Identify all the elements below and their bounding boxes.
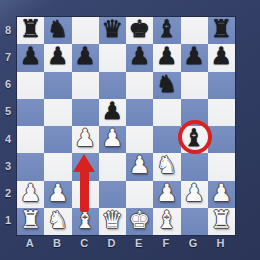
square-c5[interactable]: [72, 99, 99, 126]
file-label-C: C: [71, 236, 98, 250]
square-d1[interactable]: ♛: [99, 208, 126, 235]
rank-label-8: 8: [0, 16, 16, 43]
square-d7[interactable]: [99, 44, 126, 71]
square-a1[interactable]: ♜: [17, 208, 44, 235]
white-pawn-piece[interactable]: ♟: [102, 125, 124, 152]
black-pawn-piece[interactable]: ♟: [211, 43, 233, 70]
white-rook-piece[interactable]: ♜: [20, 207, 42, 234]
file-label-F: F: [152, 236, 179, 250]
rank-label-4: 4: [0, 125, 16, 152]
square-c4[interactable]: ♟: [72, 126, 99, 153]
black-pawn-piece[interactable]: ♟: [183, 43, 205, 70]
square-a8[interactable]: ♜: [17, 17, 44, 44]
square-f1[interactable]: ♝: [153, 208, 180, 235]
square-h5[interactable]: [208, 99, 235, 126]
file-labels: ABCDEFGH: [16, 236, 234, 250]
rank-label-1: 1: [0, 207, 16, 234]
square-h2[interactable]: ♟: [208, 181, 235, 208]
square-f2[interactable]: ♟: [153, 181, 180, 208]
square-e2[interactable]: [126, 181, 153, 208]
square-g6[interactable]: [181, 72, 208, 99]
white-knight-piece[interactable]: ♞: [156, 152, 178, 179]
square-h4[interactable]: [208, 126, 235, 153]
white-pawn-piece[interactable]: ♟: [47, 180, 69, 207]
square-g7[interactable]: ♟: [181, 44, 208, 71]
black-queen-piece[interactable]: ♛: [102, 16, 124, 43]
file-label-A: A: [16, 236, 43, 250]
square-a3[interactable]: [17, 153, 44, 180]
white-pawn-piece[interactable]: ♟: [156, 180, 178, 207]
white-bishop-piece[interactable]: ♝: [156, 207, 178, 234]
square-e4[interactable]: [126, 126, 153, 153]
square-e7[interactable]: ♟: [126, 44, 153, 71]
white-queen-piece[interactable]: ♛: [102, 207, 124, 234]
square-a7[interactable]: ♟: [17, 44, 44, 71]
square-h7[interactable]: ♟: [208, 44, 235, 71]
square-b5[interactable]: [44, 99, 71, 126]
black-pawn-piece[interactable]: ♟: [129, 43, 151, 70]
square-e6[interactable]: [126, 72, 153, 99]
black-bishop-piece[interactable]: ♝: [156, 16, 178, 43]
square-h8[interactable]: ♜: [208, 17, 235, 44]
square-a4[interactable]: [17, 126, 44, 153]
file-label-G: G: [180, 236, 207, 250]
white-pawn-piece[interactable]: ♟: [211, 180, 233, 207]
square-e3[interactable]: ♟: [126, 153, 153, 180]
rank-label-5: 5: [0, 98, 16, 125]
square-g1[interactable]: [181, 208, 208, 235]
square-e8[interactable]: ♚: [126, 17, 153, 44]
square-b8[interactable]: ♞: [44, 17, 71, 44]
black-knight-piece[interactable]: ♞: [47, 16, 69, 43]
square-f6[interactable]: ♞: [153, 72, 180, 99]
square-d8[interactable]: ♛: [99, 17, 126, 44]
rank-label-2: 2: [0, 180, 16, 207]
rank-label-6: 6: [0, 71, 16, 98]
square-h6[interactable]: [208, 72, 235, 99]
square-g3[interactable]: [181, 153, 208, 180]
black-pawn-piece[interactable]: ♟: [20, 43, 42, 70]
rank-labels: 87654321: [0, 16, 16, 234]
square-b6[interactable]: [44, 72, 71, 99]
highlight-circle: [178, 120, 212, 154]
move-arrow-head: [73, 154, 95, 172]
square-f7[interactable]: ♟: [153, 44, 180, 71]
square-e5[interactable]: [126, 99, 153, 126]
square-b1[interactable]: ♞: [44, 208, 71, 235]
file-label-D: D: [98, 236, 125, 250]
file-label-E: E: [125, 236, 152, 250]
white-knight-piece[interactable]: ♞: [47, 207, 69, 234]
square-f4[interactable]: [153, 126, 180, 153]
file-label-B: B: [43, 236, 70, 250]
square-f3[interactable]: ♞: [153, 153, 180, 180]
square-e1[interactable]: ♚: [126, 208, 153, 235]
square-a2[interactable]: ♟: [17, 181, 44, 208]
square-d3[interactable]: [99, 153, 126, 180]
square-d2[interactable]: [99, 181, 126, 208]
square-d4[interactable]: ♟: [99, 126, 126, 153]
square-d5[interactable]: ♟: [99, 99, 126, 126]
black-pawn-piece[interactable]: ♟: [102, 98, 124, 125]
rank-label-3: 3: [0, 152, 16, 179]
white-pawn-piece[interactable]: ♟: [20, 180, 42, 207]
square-c6[interactable]: [72, 72, 99, 99]
black-pawn-piece[interactable]: ♟: [156, 43, 178, 70]
square-f5[interactable]: [153, 99, 180, 126]
square-c8[interactable]: [72, 17, 99, 44]
black-pawn-piece[interactable]: ♟: [74, 43, 96, 70]
square-h3[interactable]: [208, 153, 235, 180]
white-pawn-piece[interactable]: ♟: [129, 152, 151, 179]
square-g8[interactable]: [181, 17, 208, 44]
move-arrow-shaft: [80, 170, 89, 212]
square-f8[interactable]: ♝: [153, 17, 180, 44]
square-d6[interactable]: [99, 72, 126, 99]
black-knight-piece[interactable]: ♞: [156, 71, 178, 98]
black-king-piece[interactable]: ♚: [129, 16, 151, 43]
square-b4[interactable]: [44, 126, 71, 153]
black-rook-piece[interactable]: ♜: [211, 16, 233, 43]
square-b7[interactable]: ♟: [44, 44, 71, 71]
white-rook-piece[interactable]: ♜: [211, 207, 233, 234]
file-label-H: H: [207, 236, 234, 250]
square-c7[interactable]: ♟: [72, 44, 99, 71]
square-b3[interactable]: [44, 153, 71, 180]
white-pawn-piece[interactable]: ♟: [74, 125, 96, 152]
white-king-piece[interactable]: ♚: [129, 207, 151, 234]
white-pawn-piece[interactable]: ♟: [183, 180, 205, 207]
black-rook-piece[interactable]: ♜: [20, 16, 42, 43]
square-g2[interactable]: ♟: [181, 181, 208, 208]
square-a5[interactable]: [17, 99, 44, 126]
square-h1[interactable]: ♜: [208, 208, 235, 235]
square-b2[interactable]: ♟: [44, 181, 71, 208]
square-a6[interactable]: [17, 72, 44, 99]
chess-board-widget: 87654321 ♜♞♛♚♝♜♟♟♟♟♟♟♟♞♟♟♟♝♟♞♟♟♟♟♟♜♞♝♛♚♝…: [0, 0, 260, 260]
black-pawn-piece[interactable]: ♟: [47, 43, 69, 70]
rank-label-7: 7: [0, 43, 16, 70]
